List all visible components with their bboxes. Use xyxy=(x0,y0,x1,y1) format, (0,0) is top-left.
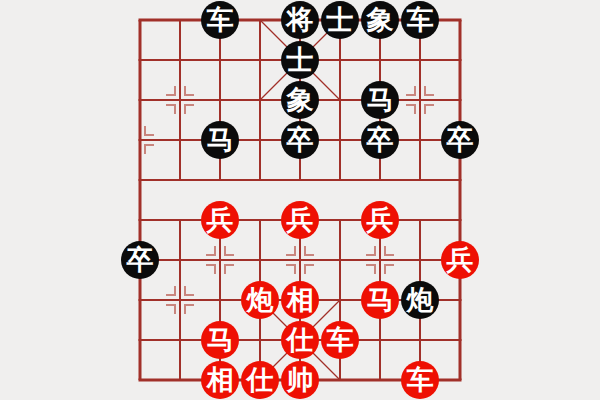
piece-black-soldier[interactable]: 卒 xyxy=(361,121,399,159)
intersection-f4-r5: 兵 xyxy=(280,200,320,240)
piece-black-elephant[interactable]: 象 xyxy=(281,81,319,119)
piece-red-horse[interactable]: 马 xyxy=(201,321,239,359)
piece-black-chariot[interactable]: 车 xyxy=(401,1,439,39)
intersection-f2-r8: 马 xyxy=(200,320,240,360)
intersection-f2-r0: 车 xyxy=(200,0,240,40)
intersection-f6-r0: 象 xyxy=(360,0,400,40)
piece-black-soldier[interactable]: 卒 xyxy=(281,121,319,159)
intersection-f6-r3: 卒 xyxy=(360,120,400,160)
piece-black-horse[interactable]: 马 xyxy=(201,121,239,159)
intersection-f2-r5: 兵 xyxy=(200,200,240,240)
piece-red-horse[interactable]: 马 xyxy=(361,281,399,319)
intersection-f2-r9: 相 xyxy=(200,360,240,400)
intersection-f4-r1: 士 xyxy=(280,40,320,80)
piece-red-elephant[interactable]: 相 xyxy=(201,361,239,399)
piece-red-elephant[interactable]: 相 xyxy=(281,281,319,319)
intersection-f8-r6: 兵 xyxy=(440,240,480,280)
piece-red-soldier[interactable]: 兵 xyxy=(281,201,319,239)
piece-red-soldier[interactable]: 兵 xyxy=(201,201,239,239)
intersection-f3-r9: 仕 xyxy=(240,360,280,400)
xiangqi-board: 车将士象车士象马马卒卒卒兵兵兵卒兵炮相马炮马仕车相仕帅车 xyxy=(0,0,600,400)
piece-black-soldier[interactable]: 卒 xyxy=(441,121,479,159)
piece-red-chariot[interactable]: 车 xyxy=(321,321,359,359)
piece-red-advisor[interactable]: 仕 xyxy=(241,361,279,399)
pieces-layer: 车将士象车士象马马卒卒卒兵兵兵卒兵炮相马炮马仕车相仕帅车 xyxy=(120,0,480,400)
intersection-f6-r5: 兵 xyxy=(360,200,400,240)
piece-black-soldier[interactable]: 卒 xyxy=(121,241,159,279)
piece-red-advisor[interactable]: 仕 xyxy=(281,321,319,359)
intersection-f4-r2: 象 xyxy=(280,80,320,120)
intersection-f4-r7: 相 xyxy=(280,280,320,320)
piece-black-advisor[interactable]: 士 xyxy=(281,41,319,79)
intersection-f0-r6: 卒 xyxy=(120,240,160,280)
intersection-f4-r3: 卒 xyxy=(280,120,320,160)
intersection-f3-r7: 炮 xyxy=(240,280,280,320)
intersection-f4-r8: 仕 xyxy=(280,320,320,360)
intersection-f4-r0: 将 xyxy=(280,0,320,40)
intersection-f7-r9: 车 xyxy=(400,360,440,400)
intersection-f2-r3: 马 xyxy=(200,120,240,160)
piece-red-general[interactable]: 帅 xyxy=(281,361,319,399)
intersection-f4-r9: 帅 xyxy=(280,360,320,400)
piece-black-chariot[interactable]: 车 xyxy=(201,1,239,39)
intersection-f6-r2: 马 xyxy=(360,80,400,120)
intersection-f8-r3: 卒 xyxy=(440,120,480,160)
intersection-f6-r7: 马 xyxy=(360,280,400,320)
intersection-f7-r7: 炮 xyxy=(400,280,440,320)
intersection-f7-r0: 车 xyxy=(400,0,440,40)
piece-black-horse[interactable]: 马 xyxy=(361,81,399,119)
intersection-f5-r8: 车 xyxy=(320,320,360,360)
piece-black-advisor[interactable]: 士 xyxy=(321,1,359,39)
piece-red-soldier[interactable]: 兵 xyxy=(441,241,479,279)
intersection-f5-r0: 士 xyxy=(320,0,360,40)
piece-red-chariot[interactable]: 车 xyxy=(401,361,439,399)
piece-red-soldier[interactable]: 兵 xyxy=(361,201,399,239)
piece-black-elephant[interactable]: 象 xyxy=(361,1,399,39)
piece-red-cannon[interactable]: 炮 xyxy=(241,281,279,319)
piece-black-cannon[interactable]: 炮 xyxy=(401,281,439,319)
piece-black-general[interactable]: 将 xyxy=(281,1,319,39)
